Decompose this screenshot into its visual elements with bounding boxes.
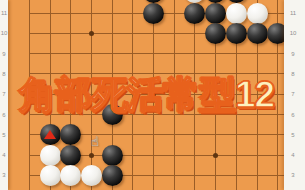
red-triangle-marker	[44, 130, 56, 139]
stone-white-c12r11	[247, 3, 268, 24]
row-label-right-10: 10	[286, 30, 300, 36]
stone-black-c5r4	[102, 145, 123, 166]
stone-black-c11r10	[226, 23, 247, 44]
stone-white-c11r11	[226, 3, 247, 24]
go-app-frame: 角部死活常型12 ☝ 1111101099887766554433	[0, 0, 305, 190]
row-label-right-8: 8	[286, 71, 300, 77]
stone-white-c3r3	[60, 165, 81, 186]
star-point	[89, 31, 94, 36]
star-point	[213, 153, 218, 158]
row-label-left-9: 9	[0, 51, 8, 57]
row-label-left-5: 5	[0, 132, 8, 138]
row-label-right-9: 9	[286, 51, 300, 57]
star-point	[89, 153, 94, 158]
row-label-right-11: 11	[286, 10, 300, 16]
row-label-left-3: 3	[0, 172, 8, 178]
stone-black-c3r5	[60, 124, 81, 145]
row-label-left-7: 7	[0, 91, 8, 97]
row-label-left-8: 8	[0, 71, 8, 77]
puzzle-title-overlay: 角部死活常型12	[6, 70, 287, 120]
stone-black-c10r11	[205, 3, 226, 24]
stone-black-c7r11	[143, 3, 164, 24]
stone-black-c12r10	[247, 23, 268, 44]
stone-black-c9r11	[184, 3, 205, 24]
stone-black-c5r3	[102, 165, 123, 186]
row-label-right-4: 4	[286, 152, 300, 158]
grid-line-horizontal	[29, 53, 285, 54]
stone-white-c4r3	[81, 165, 102, 186]
row-label-left-10: 10	[0, 30, 8, 36]
row-label-right-5: 5	[286, 132, 300, 138]
row-label-right-6: 6	[286, 112, 300, 118]
stone-black-c3r4	[60, 145, 81, 166]
row-label-left-6: 6	[0, 112, 8, 118]
hand-cursor-icon: ☝	[91, 134, 99, 149]
row-label-right-3: 3	[286, 172, 300, 178]
row-label-left-11: 11	[0, 10, 8, 16]
stone-white-c2r3	[40, 165, 61, 186]
row-label-right-7: 7	[286, 91, 300, 97]
stone-black-c10r10	[205, 23, 226, 44]
row-label-left-4: 4	[0, 152, 8, 158]
stone-white-c2r4	[40, 145, 61, 166]
